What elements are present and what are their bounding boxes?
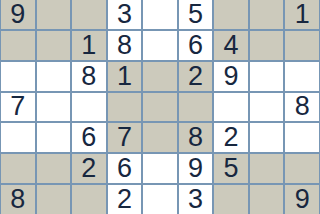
sudoku-cell-r3c6[interactable]: 2 — [179, 62, 213, 91]
cell-digit: 4 — [224, 32, 239, 59]
cell-digit: 9 — [224, 63, 239, 90]
sudoku-cell-r6c8[interactable] — [250, 154, 284, 183]
sudoku-board: 93511864812978678226958239 — [0, 0, 320, 214]
sudoku-cell-r5c9[interactable] — [285, 123, 319, 152]
sudoku-cell-r7c3[interactable] — [72, 185, 106, 214]
sudoku-cell-r1c1[interactable]: 9 — [1, 0, 35, 29]
cell-digit: 2 — [117, 186, 132, 213]
sudoku-cell-r1c5[interactable] — [143, 0, 177, 29]
sudoku-cell-r5c6[interactable]: 8 — [179, 123, 213, 152]
cell-digit: 2 — [224, 124, 239, 151]
sudoku-cell-r5c3[interactable]: 6 — [72, 123, 106, 152]
sudoku-cell-r4c9[interactable]: 8 — [285, 93, 319, 122]
sudoku-cell-r3c8[interactable] — [250, 62, 284, 91]
sudoku-cell-r4c4[interactable] — [108, 93, 142, 122]
cell-digit: 1 — [81, 32, 96, 59]
sudoku-cell-r5c7[interactable]: 2 — [214, 123, 248, 152]
cell-digit: 2 — [188, 63, 203, 90]
sudoku-cell-r4c6[interactable] — [179, 93, 213, 122]
sudoku-cell-r7c1[interactable]: 8 — [1, 185, 35, 214]
sudoku-cell-r6c9[interactable] — [285, 154, 319, 183]
cell-digit: 8 — [10, 186, 25, 213]
sudoku-cell-r2c9[interactable] — [285, 31, 319, 60]
sudoku-cell-r6c2[interactable] — [37, 154, 71, 183]
cell-digit: 7 — [10, 93, 25, 120]
cell-digit: 3 — [188, 186, 203, 213]
sudoku-cell-r7c5[interactable] — [143, 185, 177, 214]
sudoku-cell-r6c3[interactable]: 2 — [72, 154, 106, 183]
sudoku-cell-r5c8[interactable] — [250, 123, 284, 152]
sudoku-cell-r7c7[interactable] — [214, 185, 248, 214]
sudoku-cell-r2c3[interactable]: 1 — [72, 31, 106, 60]
sudoku-cell-r3c1[interactable] — [1, 62, 35, 91]
cell-digit: 5 — [224, 155, 239, 182]
cell-digit: 9 — [188, 155, 203, 182]
sudoku-cell-r2c8[interactable] — [250, 31, 284, 60]
sudoku-cell-r7c9[interactable]: 9 — [285, 185, 319, 214]
sudoku-cell-r4c7[interactable] — [214, 93, 248, 122]
cell-digit: 3 — [117, 1, 132, 28]
sudoku-cell-r2c2[interactable] — [37, 31, 71, 60]
sudoku-cell-r6c1[interactable] — [1, 154, 35, 183]
cell-digit: 6 — [117, 155, 132, 182]
sudoku-cell-r1c8[interactable] — [250, 0, 284, 29]
sudoku-cell-r2c1[interactable] — [1, 31, 35, 60]
cell-digit: 8 — [81, 63, 96, 90]
sudoku-cell-r3c5[interactable] — [143, 62, 177, 91]
cell-digit: 8 — [188, 124, 203, 151]
sudoku-cell-r1c3[interactable] — [72, 0, 106, 29]
cell-digit: 5 — [188, 1, 203, 28]
sudoku-cell-r4c1[interactable]: 7 — [1, 93, 35, 122]
sudoku-cell-r2c4[interactable]: 8 — [108, 31, 142, 60]
sudoku-cell-r4c2[interactable] — [37, 93, 71, 122]
cell-digit: 2 — [81, 155, 96, 182]
sudoku-cell-r7c8[interactable] — [250, 185, 284, 214]
sudoku-cell-r6c5[interactable] — [143, 154, 177, 183]
sudoku-cell-r5c2[interactable] — [37, 123, 71, 152]
sudoku-cell-r3c3[interactable]: 8 — [72, 62, 106, 91]
cell-digit: 9 — [295, 186, 310, 213]
sudoku-cell-r3c7[interactable]: 9 — [214, 62, 248, 91]
sudoku-cell-r3c9[interactable] — [285, 62, 319, 91]
sudoku-cell-r3c2[interactable] — [37, 62, 71, 91]
sudoku-cell-r7c4[interactable]: 2 — [108, 185, 142, 214]
sudoku-cell-r6c4[interactable]: 6 — [108, 154, 142, 183]
sudoku-cell-r1c6[interactable]: 5 — [179, 0, 213, 29]
sudoku-cell-r2c7[interactable]: 4 — [214, 31, 248, 60]
cell-digit: 1 — [295, 1, 310, 28]
cell-digit: 6 — [81, 124, 96, 151]
sudoku-cell-r5c5[interactable] — [143, 123, 177, 152]
sudoku-cell-r2c6[interactable]: 6 — [179, 31, 213, 60]
sudoku-cell-r7c6[interactable]: 3 — [179, 185, 213, 214]
cell-digit: 1 — [117, 63, 132, 90]
sudoku-cell-r3c4[interactable]: 1 — [108, 62, 142, 91]
sudoku-cell-r6c7[interactable]: 5 — [214, 154, 248, 183]
sudoku-cell-r7c2[interactable] — [37, 185, 71, 214]
sudoku-cell-r4c3[interactable] — [72, 93, 106, 122]
sudoku-cell-r1c9[interactable]: 1 — [285, 0, 319, 29]
cell-digit: 7 — [117, 124, 132, 151]
sudoku-cell-r1c7[interactable] — [214, 0, 248, 29]
sudoku-cell-r4c5[interactable] — [143, 93, 177, 122]
sudoku-cell-r5c4[interactable]: 7 — [108, 123, 142, 152]
cell-digit: 8 — [117, 32, 132, 59]
cell-digit: 8 — [295, 93, 310, 120]
cell-digit: 6 — [188, 32, 203, 59]
sudoku-cell-r4c8[interactable] — [250, 93, 284, 122]
cell-digit: 9 — [10, 1, 25, 28]
sudoku-cell-r2c5[interactable] — [143, 31, 177, 60]
sudoku-cell-r6c6[interactable]: 9 — [179, 154, 213, 183]
sudoku-cell-r1c4[interactable]: 3 — [108, 0, 142, 29]
sudoku-cell-r1c2[interactable] — [37, 0, 71, 29]
sudoku-cell-r5c1[interactable] — [1, 123, 35, 152]
